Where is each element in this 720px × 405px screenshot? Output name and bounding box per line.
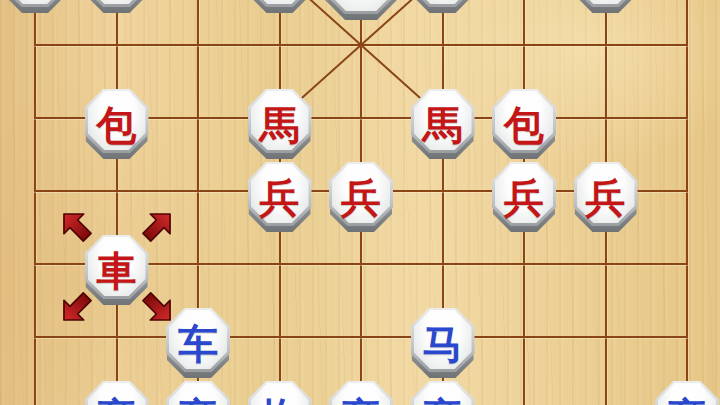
red-piece-glyph: 馬	[411, 89, 475, 161]
red-back-rank-piece-cut-off[interactable]	[85, 0, 149, 15]
grid-line-rank-5	[34, 336, 688, 338]
blue-cannon[interactable]: 炮	[248, 381, 312, 405]
red-piece-glyph: 兵	[574, 162, 638, 234]
blue-soldier[interactable]: 卒	[411, 381, 475, 405]
red-back-rank-piece-cut-off[interactable]	[411, 0, 475, 15]
red-back-rank-piece-cut-off[interactable]	[3, 0, 67, 15]
blue-soldier[interactable]: 卒	[329, 381, 393, 405]
blue-soldier[interactable]: 卒	[85, 381, 149, 405]
blue-soldier[interactable]: 卒	[166, 381, 230, 405]
xiangqi-board[interactable]: 包馬馬包兵兵兵兵車车马卒卒炮卒卒卒	[0, 0, 720, 405]
red-back-rank-piece-cut-off[interactable]	[248, 0, 312, 15]
red-general-cut-off[interactable]	[322, 0, 400, 22]
red-horse[interactable]: 馬	[411, 89, 475, 161]
red-cannon[interactable]: 包	[85, 89, 149, 161]
blue-chariot[interactable]: 车	[166, 308, 230, 380]
red-piece-glyph: 馬	[248, 89, 312, 161]
blue-piece-glyph: 卒	[166, 381, 230, 405]
red-soldier[interactable]: 兵	[492, 162, 556, 234]
red-soldier[interactable]: 兵	[329, 162, 393, 234]
red-soldier[interactable]: 兵	[248, 162, 312, 234]
red-horse[interactable]: 馬	[248, 89, 312, 161]
red-soldier[interactable]: 兵	[574, 162, 638, 234]
blue-piece-glyph: 车	[166, 308, 230, 380]
grid-line-rank-1	[34, 44, 688, 46]
grid-line-file-1	[116, 0, 118, 405]
red-piece-glyph: 包	[492, 89, 556, 161]
red-piece-glyph: 包	[85, 89, 149, 161]
red-piece-glyph: 兵	[248, 162, 312, 234]
blue-horse[interactable]: 马	[411, 308, 475, 380]
red-piece-glyph: 車	[85, 235, 149, 307]
blue-piece-glyph: 卒	[85, 381, 149, 405]
red-piece-glyph: 兵	[329, 162, 393, 234]
red-back-rank-piece-cut-off[interactable]	[574, 0, 638, 15]
red-chariot-selected[interactable]: 車	[85, 235, 149, 307]
blue-piece-glyph: 炮	[248, 381, 312, 405]
blue-soldier[interactable]: 卒	[655, 381, 719, 405]
red-piece-glyph: 兵	[492, 162, 556, 234]
grid-line-file-8	[686, 0, 688, 405]
blue-piece-glyph: 卒	[411, 381, 475, 405]
blue-piece-glyph: 卒	[655, 381, 719, 405]
blue-piece-glyph: 卒	[329, 381, 393, 405]
grid-line-file-0	[34, 0, 36, 405]
red-cannon[interactable]: 包	[492, 89, 556, 161]
blue-piece-glyph: 马	[411, 308, 475, 380]
